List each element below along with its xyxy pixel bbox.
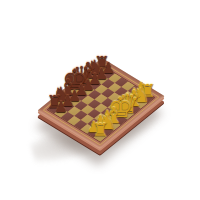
chess-set-photo: ♜♞♝♛♚♝♞♜♟♟♟♟♟♟♟♟♟♟♟♟♟♟♟♟♜♞♝♛♚♝♞♜ bbox=[0, 0, 200, 200]
